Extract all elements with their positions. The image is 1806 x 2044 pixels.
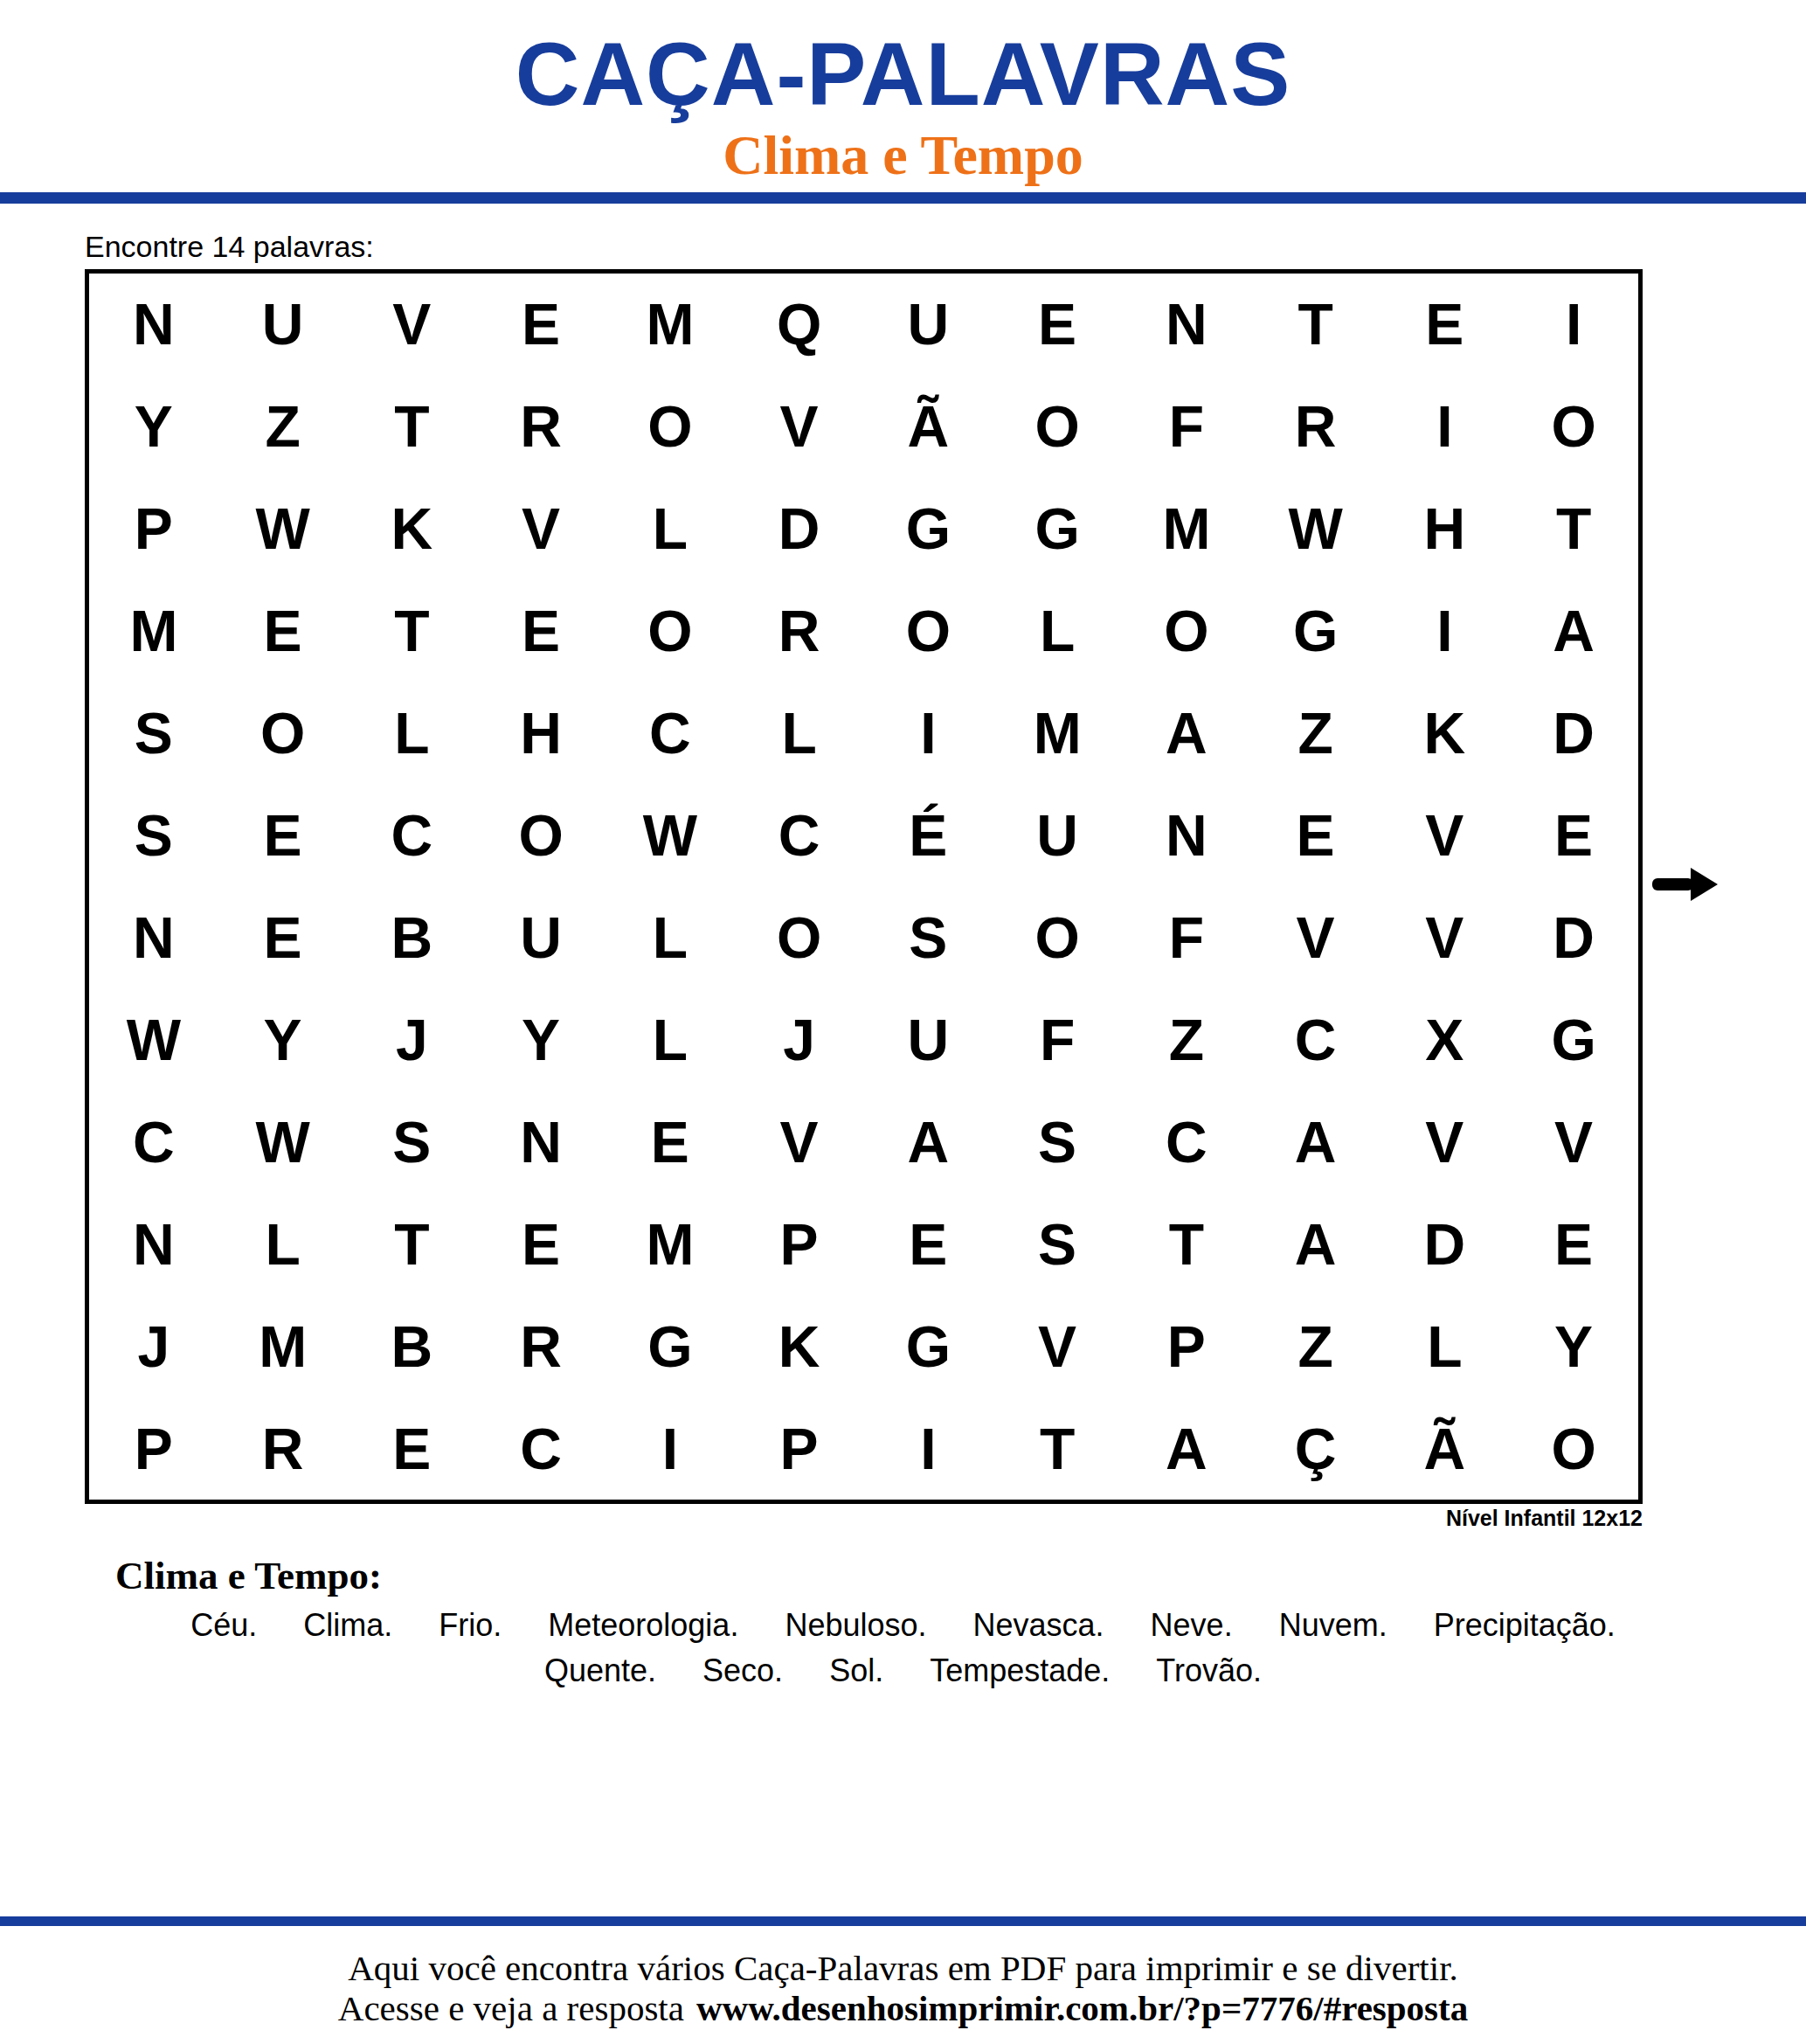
word-search-page: { "game": "word-search (caça-palavras)",… (0, 0, 1806, 2044)
word-item: Nebuloso. (785, 1606, 926, 1644)
grid-cell-r9c5[interactable]: E (605, 1091, 735, 1193)
top-divider-bar (0, 192, 1806, 204)
grid-cell-r5c6[interactable]: L (735, 682, 864, 785)
grid-cell-r7c2[interactable]: E (218, 886, 348, 988)
grid-cell-r8c11[interactable]: X (1380, 988, 1510, 1091)
grid-cell-r5c9[interactable]: A (1122, 682, 1251, 785)
grid-cell-r5c2[interactable]: O (218, 682, 348, 785)
grid-cell-r1c11[interactable]: E (1380, 274, 1510, 376)
grid-cell-r2c1[interactable]: Y (89, 376, 218, 478)
word-item: Clima. (303, 1606, 392, 1644)
grid-cell-r3c7[interactable]: G (864, 478, 993, 580)
grid-cell-r1c6[interactable]: Q (735, 274, 864, 376)
grid-cell-r10c5[interactable]: M (605, 1193, 735, 1295)
grid-cell-r2c12[interactable]: O (1509, 376, 1638, 478)
grid-cell-r6c4[interactable]: O (476, 785, 605, 887)
grid-cell-r4c2[interactable]: E (218, 580, 348, 682)
word-item: Nuvem. (1279, 1606, 1387, 1644)
word-search-grid: NUVEMQUENTEIYZTROVÃOFRIOPWKVLDGGMWHTMETE… (85, 269, 1643, 1504)
grid-cell-r8c6[interactable]: J (735, 988, 864, 1091)
grid-cell-r11c9[interactable]: P (1122, 1295, 1251, 1397)
grid-cell-r10c11[interactable]: D (1380, 1193, 1510, 1295)
grid-cell-r10c6[interactable]: P (735, 1193, 864, 1295)
grid-cell-r9c2[interactable]: W (218, 1091, 348, 1193)
grid-cell-r10c12[interactable]: E (1509, 1193, 1638, 1295)
grid-cell-r10c9[interactable]: T (1122, 1193, 1251, 1295)
footer-text: Aqui você encontra vários Caça-Palavras … (0, 1948, 1806, 1989)
grid-cell-r1c1[interactable]: N (89, 274, 218, 376)
grid-cell-r4c4[interactable]: E (476, 580, 605, 682)
grid-cell-r11c11[interactable]: L (1380, 1295, 1510, 1397)
grid-cell-r8c8[interactable]: F (993, 988, 1122, 1091)
grid-cell-r1c2[interactable]: U (218, 274, 348, 376)
grid-cell-r7c11[interactable]: V (1380, 886, 1510, 988)
grid-cell-r12c9[interactable]: A (1122, 1397, 1251, 1500)
grid-cell-r3c6[interactable]: D (735, 478, 864, 580)
grid-cell-r4c5[interactable]: O (605, 580, 735, 682)
grid-cell-r10c10[interactable]: A (1251, 1193, 1380, 1295)
grid-cell-r11c3[interactable]: B (348, 1295, 477, 1397)
grid-cell-r3c8[interactable]: G (993, 478, 1122, 580)
grid-cell-r9c10[interactable]: A (1251, 1091, 1380, 1193)
word-item: Céu. (190, 1606, 257, 1644)
grid-cell-r6c11[interactable]: V (1380, 785, 1510, 887)
grid-cell-r12c5[interactable]: I (605, 1397, 735, 1500)
grid-cell-r3c11[interactable]: H (1380, 478, 1510, 580)
word-item: Precipitação. (1434, 1606, 1616, 1644)
grid-cell-r2c7[interactable]: Ã (864, 376, 993, 478)
grid-cell-r10c4[interactable]: E (476, 1193, 605, 1295)
grid-cell-r4c7[interactable]: O (864, 580, 993, 682)
grid-cell-r9c3[interactable]: S (348, 1091, 477, 1193)
footer-answer-prefix: Acesse e veja a resposta (338, 1988, 684, 2028)
grid-cell-r10c3[interactable]: T (348, 1193, 477, 1295)
grid-cell-r8c3[interactable]: J (348, 988, 477, 1091)
grid-cell-r8c1[interactable]: W (89, 988, 218, 1091)
grid-cell-r5c3[interactable]: L (348, 682, 477, 785)
grid-cell-r12c7[interactable]: I (864, 1397, 993, 1500)
level-label: Nível Infantil 12x12 (1206, 1507, 1643, 1531)
word-item: Nevasca. (973, 1606, 1104, 1644)
grid-cell-r5c10[interactable]: Z (1251, 682, 1380, 785)
grid-cell-r7c1[interactable]: N (89, 886, 218, 988)
grid-cell-r9c6[interactable]: V (735, 1091, 864, 1193)
word-item: Frio. (439, 1606, 502, 1644)
footer-answer-url[interactable]: www.desenhosimprimir.com.br/?p=7776/#res… (696, 1988, 1468, 2028)
grid-cell-r12c8[interactable]: T (993, 1397, 1122, 1500)
grid-cell-r5c5[interactable]: C (605, 682, 735, 785)
grid-cell-r4c8[interactable]: L (993, 580, 1122, 682)
right-arrow-icon (1652, 867, 1719, 902)
grid-cell-r7c5[interactable]: L (605, 886, 735, 988)
grid-cell-r11c2[interactable]: M (218, 1295, 348, 1397)
grid-cell-r3c2[interactable]: W (218, 478, 348, 580)
grid-cell-r6c8[interactable]: U (993, 785, 1122, 887)
grid-cell-r5c4[interactable]: H (476, 682, 605, 785)
word-item: Meteorologia. (548, 1606, 738, 1644)
grid-cell-r10c7[interactable]: E (864, 1193, 993, 1295)
grid-cell-r9c12[interactable]: V (1509, 1091, 1638, 1193)
grid-cell-r7c7[interactable]: S (864, 886, 993, 988)
grid-cell-r3c3[interactable]: K (348, 478, 477, 580)
grid-cell-r8c9[interactable]: Z (1122, 988, 1251, 1091)
grid-cell-r6c3[interactable]: C (348, 785, 477, 887)
grid-cell-r2c10[interactable]: R (1251, 376, 1380, 478)
word-item: Tempestade. (930, 1652, 1110, 1689)
grid-cell-r4c6[interactable]: R (735, 580, 864, 682)
word-item: Seco. (702, 1652, 783, 1689)
grid-cell-r1c3[interactable]: V (348, 274, 477, 376)
grid-cell-r6c1[interactable]: S (89, 785, 218, 887)
instruction-text: Encontre 14 palavras: (85, 231, 374, 263)
grid-cell-r10c1[interactable]: N (89, 1193, 218, 1295)
grid-cell-r11c6[interactable]: K (735, 1295, 864, 1397)
grid-cell-r7c6[interactable]: O (735, 886, 864, 988)
grid-cell-r7c4[interactable]: U (476, 886, 605, 988)
grid-cell-r11c7[interactable]: G (864, 1295, 993, 1397)
grid-cell-r2c4[interactable]: R (476, 376, 605, 478)
page-subtitle: Clima e Tempo (0, 128, 1806, 184)
grid-cell-r8c10[interactable]: C (1251, 988, 1380, 1091)
grid-cell-r5c1[interactable]: S (89, 682, 218, 785)
grid-cell-r1c10[interactable]: T (1251, 274, 1380, 376)
grid-cell-r1c12[interactable]: I (1509, 274, 1638, 376)
grid-cell-r12c10[interactable]: Ç (1251, 1397, 1380, 1500)
grid-cell-r9c7[interactable]: A (864, 1091, 993, 1193)
grid-cell-r8c4[interactable]: Y (476, 988, 605, 1091)
grid-cell-r10c2[interactable]: L (218, 1193, 348, 1295)
grid-cell-r9c1[interactable]: C (89, 1091, 218, 1193)
grid-cell-r8c12[interactable]: G (1509, 988, 1638, 1091)
grid-cell-r12c6[interactable]: P (735, 1397, 864, 1500)
grid-cell-r4c11[interactable]: I (1380, 580, 1510, 682)
grid-cell-r11c12[interactable]: Y (1509, 1295, 1638, 1397)
grid-cell-r9c9[interactable]: C (1122, 1091, 1251, 1193)
grid-cell-r3c5[interactable]: L (605, 478, 735, 580)
grid-cell-r11c10[interactable]: Z (1251, 1295, 1380, 1397)
grid-cell-r8c5[interactable]: L (605, 988, 735, 1091)
grid-cell-r2c9[interactable]: F (1122, 376, 1251, 478)
grid-cell-r5c11[interactable]: K (1380, 682, 1510, 785)
grid-cell-r10c8[interactable]: S (993, 1193, 1122, 1295)
word-list-heading: Clima e Tempo: (115, 1555, 382, 1598)
grid-cell-r9c8[interactable]: S (993, 1091, 1122, 1193)
grid-cell-r3c12[interactable]: T (1509, 478, 1638, 580)
grid-cell-r6c2[interactable]: E (218, 785, 348, 887)
grid-cell-r9c4[interactable]: N (476, 1091, 605, 1193)
grid-cell-r8c2[interactable]: Y (218, 988, 348, 1091)
grid-cell-r4c1[interactable]: M (89, 580, 218, 682)
grid-cell-r3c9[interactable]: M (1122, 478, 1251, 580)
grid-cell-r2c2[interactable]: Z (218, 376, 348, 478)
grid-cell-r7c9[interactable]: F (1122, 886, 1251, 988)
word-item: Quente. (544, 1652, 656, 1689)
grid-cell-r3c4[interactable]: V (476, 478, 605, 580)
word-list-line-2: Quente.Seco.Sol.Tempestade.Trovão. (0, 1652, 1806, 1689)
grid-cell-r7c10[interactable]: V (1251, 886, 1380, 988)
page-title: CAÇA-PALAVRAS (0, 30, 1806, 119)
grid-cell-r12c3[interactable]: E (348, 1397, 477, 1500)
grid-cell-r7c12[interactable]: D (1509, 886, 1638, 988)
grid-cell-r6c10[interactable]: E (1251, 785, 1380, 887)
bottom-divider-bar (0, 1916, 1806, 1926)
grid-cell-r1c9[interactable]: N (1122, 274, 1251, 376)
grid-cell-r1c8[interactable]: E (993, 274, 1122, 376)
grid-cell-r3c10[interactable]: W (1251, 478, 1380, 580)
grid-cell-r5c12[interactable]: D (1509, 682, 1638, 785)
grid-cell-r6c9[interactable]: N (1122, 785, 1251, 887)
grid-cell-r2c6[interactable]: V (735, 376, 864, 478)
grid-cell-r11c1[interactable]: J (89, 1295, 218, 1397)
grid-cell-r12c11[interactable]: Ã (1380, 1397, 1510, 1500)
grid-cell-r2c3[interactable]: T (348, 376, 477, 478)
grid-cell-r12c2[interactable]: R (218, 1397, 348, 1500)
grid-cell-r6c6[interactable]: C (735, 785, 864, 887)
grid-cell-r7c8[interactable]: O (993, 886, 1122, 988)
grid-cell-r4c10[interactable]: G (1251, 580, 1380, 682)
grid-cell-r4c12[interactable]: A (1509, 580, 1638, 682)
grid-cell-r11c8[interactable]: V (993, 1295, 1122, 1397)
grid-cell-r9c11[interactable]: V (1380, 1091, 1510, 1193)
grid-cell-r5c7[interactable]: I (864, 682, 993, 785)
grid-cell-r2c11[interactable]: I (1380, 376, 1510, 478)
grid-cell-r2c8[interactable]: O (993, 376, 1122, 478)
grid-cell-r2c5[interactable]: O (605, 376, 735, 478)
grid-cell-r6c5[interactable]: W (605, 785, 735, 887)
grid-cell-r4c9[interactable]: O (1122, 580, 1251, 682)
grid-cell-r11c4[interactable]: R (476, 1295, 605, 1397)
word-list-line-1: Céu.Clima.Frio.Meteorologia.Nebuloso.Nev… (0, 1606, 1806, 1644)
grid-cell-r12c1[interactable]: P (89, 1397, 218, 1500)
grid-cell-r1c7[interactable]: U (864, 274, 993, 376)
grid-cell-r6c12[interactable]: E (1509, 785, 1638, 887)
grid-cell-r5c8[interactable]: M (993, 682, 1122, 785)
word-item: Sol. (829, 1652, 883, 1689)
word-item: Neve. (1151, 1606, 1233, 1644)
grid-cell-r1c5[interactable]: M (605, 274, 735, 376)
grid-cell-r4c3[interactable]: T (348, 580, 477, 682)
grid-cell-r6c7[interactable]: É (864, 785, 993, 887)
grid-cell-r12c12[interactable]: O (1509, 1397, 1638, 1500)
grid-cell-r8c7[interactable]: U (864, 988, 993, 1091)
grid-cell-r7c3[interactable]: B (348, 886, 477, 988)
footer-answer-line: Acesse e veja a respostawww.desenhosimpr… (0, 1988, 1806, 2029)
grid-cell-r12c4[interactable]: C (476, 1397, 605, 1500)
word-item: Trovão. (1156, 1652, 1262, 1689)
grid-cell-r3c1[interactable]: P (89, 478, 218, 580)
grid-cell-r1c4[interactable]: E (476, 274, 605, 376)
grid-cell-r11c5[interactable]: G (605, 1295, 735, 1397)
